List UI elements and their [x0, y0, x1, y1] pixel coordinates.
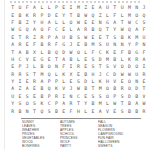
grid-cell[interactable]: Q	[89, 11, 96, 18]
grid-cell[interactable]: B	[89, 26, 96, 33]
word-list-item: BONFIRES	[22, 144, 60, 148]
grid-cell[interactable]: Y	[31, 19, 38, 26]
grid-cell[interactable]: S	[89, 63, 96, 70]
grid-cell[interactable]: W	[140, 100, 147, 107]
grid-cell[interactable]: L	[118, 56, 125, 63]
grid-cell[interactable]: E	[60, 4, 67, 11]
grid-cell[interactable]: E	[111, 48, 118, 55]
grid-cell[interactable]: S	[89, 93, 96, 100]
grid-cell[interactable]: E	[60, 26, 67, 33]
grid-cell[interactable]: N	[133, 78, 140, 85]
grid-cell[interactable]: T	[118, 19, 125, 26]
grid-cell[interactable]: A	[9, 41, 16, 48]
grid-cell[interactable]: D	[82, 78, 89, 85]
grid-cell[interactable]: E	[24, 41, 31, 48]
grid-cell[interactable]: U	[104, 4, 111, 11]
puzzle-page: TOFALLPEIMZEAUTUMNJEBKRPDEYTBWQZLFLMOQFB…	[0, 0, 150, 150]
grid-cell[interactable]: A	[38, 78, 45, 85]
grid-cell[interactable]: L	[118, 11, 125, 18]
grid-cell[interactable]: R	[24, 34, 31, 41]
grid-cell[interactable]: E	[89, 34, 96, 41]
grid-cell[interactable]: S	[24, 93, 31, 100]
grid-cell[interactable]: W	[9, 26, 16, 33]
grid-cell[interactable]: U	[104, 41, 111, 48]
grid-cell[interactable]: O	[75, 48, 82, 55]
grid-cell[interactable]: N	[97, 19, 104, 26]
grid-cell[interactable]: K	[24, 11, 31, 18]
grid-cell[interactable]: S	[118, 93, 125, 100]
grid-cell[interactable]: B	[24, 48, 31, 55]
grid-cell[interactable]: K	[53, 85, 60, 92]
grid-cell[interactable]: L	[45, 4, 52, 11]
grid-cell[interactable]: R	[53, 93, 60, 100]
grid-cell[interactable]: S	[75, 34, 82, 41]
grid-cell[interactable]: Y	[82, 100, 89, 107]
grid-cell[interactable]: A	[53, 34, 60, 41]
grid-cell[interactable]: G	[133, 48, 140, 55]
grid-cell[interactable]: C	[133, 19, 140, 26]
grid-cell[interactable]: E	[45, 56, 52, 63]
grid-cell[interactable]: S	[97, 41, 104, 48]
grid-cell[interactable]: Q	[38, 107, 45, 114]
grid-cell[interactable]: M	[126, 4, 133, 11]
grid-cell[interactable]: L	[53, 71, 60, 78]
grid-cell[interactable]: P	[53, 78, 60, 85]
grid-cell[interactable]: P	[45, 34, 52, 41]
grid-cell[interactable]: E	[53, 11, 60, 18]
word-list-item: PARTY	[60, 144, 98, 148]
grid-cell[interactable]: E	[9, 63, 16, 70]
grid-cell[interactable]: P	[45, 93, 52, 100]
grid-cell[interactable]: P	[111, 93, 118, 100]
grid-cell[interactable]: B	[111, 56, 118, 63]
grid-cell[interactable]: U	[118, 4, 125, 11]
grid-cell[interactable]: A	[111, 19, 118, 26]
grid-cell[interactable]: S	[45, 107, 52, 114]
grid-cell[interactable]: J	[67, 41, 74, 48]
grid-cell[interactable]: C	[53, 26, 60, 33]
grid-cell[interactable]: N	[118, 41, 125, 48]
grid-cell[interactable]: B	[133, 93, 140, 100]
grid-cell[interactable]: R	[9, 107, 16, 114]
grid-cell[interactable]: Q	[126, 26, 133, 33]
grid-cell[interactable]: U	[140, 34, 147, 41]
grid-cell[interactable]: V	[24, 56, 31, 63]
grid-cell[interactable]: V	[104, 107, 111, 114]
grid-cell[interactable]: Q	[53, 48, 60, 55]
grid-cell[interactable]: Q	[140, 11, 147, 18]
grid-cell[interactable]: D	[111, 71, 118, 78]
grid-cell[interactable]: F	[31, 41, 38, 48]
grid-cell[interactable]: M	[133, 34, 140, 41]
grid-cell[interactable]: R	[75, 63, 82, 70]
grid-cell[interactable]: P	[53, 100, 60, 107]
grid-cell[interactable]: E	[9, 34, 16, 41]
grid-cell[interactable]: E	[89, 107, 96, 114]
grid-cell[interactable]: C	[104, 71, 111, 78]
grid-cell[interactable]: Z	[31, 34, 38, 41]
grid-cell[interactable]: M	[126, 11, 133, 18]
grid-cell[interactable]: U	[60, 34, 67, 41]
grid-cell[interactable]: I	[67, 63, 74, 70]
grid-cell[interactable]: B	[16, 107, 23, 114]
grid-cell[interactable]: A	[97, 4, 104, 11]
grid-cell[interactable]: L	[104, 100, 111, 107]
grid-cell[interactable]: T	[16, 34, 23, 41]
grid-cell[interactable]: B	[67, 34, 74, 41]
grid-cell[interactable]: B	[89, 100, 96, 107]
grid-cell[interactable]: L	[60, 19, 67, 26]
grid-cell[interactable]: S	[140, 19, 147, 26]
grid-cell[interactable]: R	[16, 71, 23, 78]
grid-cell[interactable]: E	[82, 56, 89, 63]
grid-cell[interactable]: B	[126, 100, 133, 107]
word-search-grid: TOFALLPEIMZEAUTUMNJEBKRPDEYTBWQZLFLMOQFB…	[9, 4, 148, 115]
page-left-edge	[4, 0, 5, 150]
grid-cell[interactable]: V	[60, 85, 67, 92]
grid-cell[interactable]: R	[31, 11, 38, 18]
grid-cell[interactable]: S	[97, 93, 104, 100]
grid-cell[interactable]: T	[31, 107, 38, 114]
grid-cell[interactable]: A	[60, 56, 67, 63]
word-list-divider	[21, 118, 141, 119]
grid-cell[interactable]: K	[97, 78, 104, 85]
grid-cell[interactable]: L	[38, 48, 45, 55]
grid-cell[interactable]: H	[75, 107, 82, 114]
grid-cell[interactable]: T	[31, 71, 38, 78]
grid-cell[interactable]: P	[38, 11, 45, 18]
grid-cell[interactable]: W	[118, 71, 125, 78]
grid-cell[interactable]: E	[118, 78, 125, 85]
grid-cell[interactable]: O	[126, 78, 133, 85]
grid-cell[interactable]: F	[45, 26, 52, 33]
grid-cell[interactable]: D	[133, 85, 140, 92]
grid-cell[interactable]: T	[97, 63, 104, 70]
word-list-item: SWEETS	[98, 144, 144, 148]
grid-cell[interactable]: J	[67, 85, 74, 92]
grid-cell[interactable]: T	[89, 85, 96, 92]
grid-cell[interactable]: T	[75, 100, 82, 107]
grid-cell[interactable]: E	[75, 41, 82, 48]
grid-cell[interactable]: E	[89, 4, 96, 11]
grid-cell[interactable]: L	[82, 48, 89, 55]
grid-cell[interactable]: E	[9, 11, 16, 18]
grid-cell[interactable]: A	[75, 26, 82, 33]
grid-cell[interactable]: B	[67, 56, 74, 63]
grid-cell[interactable]: L	[53, 19, 60, 26]
grid-cell[interactable]: O	[118, 63, 125, 70]
grid-cell[interactable]: Y	[111, 26, 118, 33]
grid-cell[interactable]: O	[104, 93, 111, 100]
grid-cell[interactable]: E	[31, 56, 38, 63]
grid-cell[interactable]: J	[140, 4, 147, 11]
grid-cell[interactable]: R	[118, 85, 125, 92]
grid-cell[interactable]: M	[97, 85, 104, 92]
grid-cell[interactable]: B	[82, 71, 89, 78]
grid-cell[interactable]: C	[45, 100, 52, 107]
grid-cell[interactable]: J	[97, 71, 104, 78]
grid-cell[interactable]: T	[53, 56, 60, 63]
grid-cell[interactable]: W	[82, 34, 89, 41]
grid-cell[interactable]: B	[111, 85, 118, 92]
grid-cell[interactable]: O	[24, 100, 31, 107]
grid-cell[interactable]: L	[38, 4, 45, 11]
grid-cell[interactable]: M	[97, 100, 104, 107]
grid-cell[interactable]: F	[67, 107, 74, 114]
grid-cell[interactable]: R	[38, 34, 45, 41]
grid-cell[interactable]: B	[126, 48, 133, 55]
word-list-column: FALLSEASONFLOWERSCAMPGROUNDFUN FAIRHALLO…	[98, 120, 144, 148]
grid-cell[interactable]: G	[104, 19, 111, 26]
grid-cell[interactable]: H	[104, 78, 111, 85]
grid-cell[interactable]: B	[75, 11, 82, 18]
grid-cell[interactable]: F	[89, 48, 96, 55]
grid-cell[interactable]: W	[118, 26, 125, 33]
grid-cell[interactable]: E	[140, 78, 147, 85]
grid-cell[interactable]: T	[104, 26, 111, 33]
grid-cell[interactable]: E	[60, 107, 67, 114]
grid-cell[interactable]: I	[16, 78, 23, 85]
grid-cell[interactable]: R	[133, 56, 140, 63]
grid-cell[interactable]: B	[38, 63, 45, 70]
grid-cell[interactable]: Y	[126, 41, 133, 48]
grid-cell[interactable]: S	[24, 71, 31, 78]
word-list-column: SUNNYLEAVESWEATHERPRIZESVEGETABLESWOODBO…	[22, 120, 60, 148]
grid-cell[interactable]: P	[133, 41, 140, 48]
grid-cell[interactable]: Q	[45, 71, 52, 78]
grid-cell[interactable]: N	[111, 41, 118, 48]
grid-cell[interactable]: K	[126, 56, 133, 63]
grid-cell[interactable]: W	[67, 48, 74, 55]
grid-cell[interactable]: Q	[45, 85, 52, 92]
page-header-microtext	[10, 1, 141, 3]
grid-cell[interactable]: B	[45, 48, 52, 55]
grid-cell[interactable]: B	[126, 107, 133, 114]
grid-cell[interactable]: C	[75, 93, 82, 100]
grid-cell[interactable]: R	[9, 71, 16, 78]
grid-cell[interactable]: E	[97, 34, 104, 41]
grid-cell[interactable]: B	[16, 11, 23, 18]
grid-cell[interactable]: W	[75, 85, 82, 92]
grid-cell[interactable]: N	[53, 63, 60, 70]
grid-cell[interactable]: Z	[82, 4, 89, 11]
grid-cell[interactable]: H	[89, 71, 96, 78]
grid-cell[interactable]: F	[24, 4, 31, 11]
grid-cell[interactable]: O	[67, 19, 74, 26]
grid-cell[interactable]: Q	[97, 26, 104, 33]
grid-cell[interactable]: A	[31, 26, 38, 33]
grid-cell[interactable]: F	[53, 41, 60, 48]
grid-cell[interactable]: L	[67, 26, 74, 33]
grid-cell[interactable]: E	[31, 93, 38, 100]
word-list: SUNNYLEAVESWEATHERPRIZESVEGETABLESWOODBO…	[22, 120, 144, 148]
grid-cell[interactable]: P	[45, 78, 52, 85]
grid-cell[interactable]: E	[24, 78, 31, 85]
grid-cell[interactable]: K	[60, 71, 67, 78]
grid-cell[interactable]: L	[75, 56, 82, 63]
grid-cell[interactable]: P	[53, 4, 60, 11]
grid-cell[interactable]: D	[126, 63, 133, 70]
grid-cell[interactable]: A	[140, 56, 147, 63]
grid-cell[interactable]: V	[111, 63, 118, 70]
grid-cell[interactable]: I	[140, 63, 147, 70]
grid-cell[interactable]: S	[104, 63, 111, 70]
grid-cell[interactable]: R	[45, 41, 52, 48]
grid-cell[interactable]: Z	[97, 11, 104, 18]
grid-cell[interactable]: F	[9, 19, 16, 26]
grid-cell[interactable]: E	[75, 71, 82, 78]
grid-cell[interactable]: D	[45, 11, 52, 18]
grid-cell[interactable]: K	[104, 48, 111, 55]
grid-cell[interactable]: C	[97, 48, 104, 55]
grid-cell[interactable]: X	[31, 48, 38, 55]
grid-cell[interactable]: T	[9, 4, 16, 11]
grid-cell[interactable]: B	[16, 19, 23, 26]
grid-cell[interactable]: L	[60, 78, 67, 85]
grid-cell[interactable]: S	[31, 100, 38, 107]
grid-cell[interactable]: U	[9, 93, 16, 100]
grid-cell[interactable]: N	[140, 41, 147, 48]
grid-cell[interactable]: F	[140, 48, 147, 55]
grid-cell[interactable]: O	[133, 11, 140, 18]
grid-cell[interactable]: E	[89, 19, 96, 26]
grid-cell[interactable]: L	[31, 63, 38, 70]
grid-cell[interactable]: T	[140, 85, 147, 92]
grid-cell[interactable]: R	[140, 71, 147, 78]
grid-cell[interactable]: K	[38, 100, 45, 107]
grid-cell[interactable]: O	[38, 26, 45, 33]
grid-cell[interactable]: S	[75, 78, 82, 85]
grid-cell[interactable]: R	[140, 107, 147, 114]
grid-cell[interactable]: D	[126, 93, 133, 100]
grid-cell[interactable]: T	[67, 11, 74, 18]
grid-cell[interactable]: N	[24, 107, 31, 114]
grid-cell[interactable]: L	[82, 107, 89, 114]
grid-cell[interactable]: G	[38, 56, 45, 63]
grid-cell[interactable]: A	[16, 48, 23, 55]
grid-cell[interactable]: Y	[60, 11, 67, 18]
grid-cell[interactable]: A	[60, 100, 67, 107]
grid-cell[interactable]: X	[67, 71, 74, 78]
grid-cell[interactable]: S	[16, 100, 23, 107]
grid-cell[interactable]: F	[118, 48, 125, 55]
grid-cell[interactable]: B	[82, 41, 89, 48]
grid-cell[interactable]: M	[89, 41, 96, 48]
grid-cell[interactable]: O	[45, 63, 52, 70]
grid-cell[interactable]: E	[31, 85, 38, 92]
grid-cell[interactable]: R	[16, 41, 23, 48]
grid-cell[interactable]: T	[111, 4, 118, 11]
grid-cell[interactable]: L	[104, 11, 111, 18]
grid-cell[interactable]: F	[140, 26, 147, 33]
grid-cell[interactable]: A	[133, 26, 140, 33]
grid-cell[interactable]: N	[133, 4, 140, 11]
grid-cell[interactable]: R	[67, 100, 74, 107]
grid-cell[interactable]: P	[16, 63, 23, 70]
grid-cell[interactable]: M	[75, 4, 82, 11]
grid-cell[interactable]: E	[67, 78, 74, 85]
grid-cell[interactable]: V	[111, 78, 118, 85]
grid-cell[interactable]: T	[118, 100, 125, 107]
grid-cell[interactable]: E	[82, 19, 89, 26]
grid-cell[interactable]: B	[38, 93, 45, 100]
grid-cell[interactable]: S	[118, 107, 125, 114]
grid-cell[interactable]: V	[140, 93, 147, 100]
grid-cell[interactable]: H	[38, 19, 45, 26]
grid-cell[interactable]: M	[38, 71, 45, 78]
grid-cell[interactable]: I	[60, 93, 67, 100]
grid-cell[interactable]: W	[82, 11, 89, 18]
grid-cell[interactable]: E	[82, 93, 89, 100]
grid-cell[interactable]: U	[133, 71, 140, 78]
grid-cell[interactable]: G	[60, 41, 67, 48]
grid-cell[interactable]: J	[24, 63, 31, 70]
grid-cell[interactable]: E	[111, 107, 118, 114]
grid-cell[interactable]: A	[133, 100, 140, 107]
grid-cell[interactable]: O	[133, 63, 140, 70]
grid-cell[interactable]: E	[82, 63, 89, 70]
grid-cell[interactable]: O	[126, 85, 133, 92]
grid-cell[interactable]: W	[126, 71, 133, 78]
grid-cell[interactable]: O	[104, 85, 111, 92]
grid-cell[interactable]: A	[31, 4, 38, 11]
grid-cell[interactable]: B	[38, 41, 45, 48]
grid-cell[interactable]: G	[16, 26, 23, 33]
grid-cell[interactable]: L	[89, 78, 96, 85]
grid-cell[interactable]: O	[16, 4, 23, 11]
grid-cell[interactable]: W	[111, 100, 118, 107]
grid-cell[interactable]: B	[38, 85, 45, 92]
grid-cell[interactable]: Y	[9, 100, 16, 107]
grid-cell[interactable]: A	[9, 85, 16, 92]
grid-cell[interactable]: A	[45, 19, 52, 26]
grid-cell[interactable]: Y	[9, 78, 16, 85]
grid-cell[interactable]: M	[104, 56, 111, 63]
grid-cell[interactable]: C	[16, 56, 23, 63]
grid-cell[interactable]: R	[31, 78, 38, 85]
grid-cell[interactable]: B	[133, 107, 140, 114]
grid-cell[interactable]: Z	[16, 85, 23, 92]
grid-cell[interactable]: D	[60, 48, 67, 55]
grid-cell[interactable]: T	[104, 34, 111, 41]
grid-cell[interactable]: Z	[24, 19, 31, 26]
grid-cell[interactable]: K	[126, 34, 133, 41]
grid-cell[interactable]: N	[67, 93, 74, 100]
grid-cell[interactable]: B	[53, 107, 60, 114]
grid-cell[interactable]: F	[60, 63, 67, 70]
grid-cell[interactable]: F	[111, 11, 118, 18]
grid-cell[interactable]: S	[89, 56, 96, 63]
grid-cell[interactable]: B	[118, 34, 125, 41]
grid-cell[interactable]: S	[111, 34, 118, 41]
grid-cell[interactable]: E	[16, 93, 23, 100]
grid-cell[interactable]: Q	[24, 26, 31, 33]
grid-cell[interactable]: A	[97, 107, 104, 114]
grid-cell[interactable]: B	[82, 85, 89, 92]
grid-cell[interactable]: H	[9, 56, 16, 63]
grid-cell[interactable]: A	[24, 85, 31, 92]
grid-cell[interactable]: T	[9, 48, 16, 55]
grid-cell[interactable]: D	[97, 56, 104, 63]
word-list-column: AUTUMNTREESAPPLESSCHOOLPRINCESSWOLFPARTY	[60, 120, 98, 148]
grid-cell[interactable]: W	[75, 19, 82, 26]
grid-cell[interactable]: W	[126, 19, 133, 26]
grid-cell[interactable]: R	[82, 26, 89, 33]
grid-cell[interactable]: I	[67, 4, 74, 11]
